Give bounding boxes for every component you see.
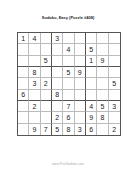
empty-cell: [29, 112, 40, 123]
empty-cell: [18, 124, 29, 135]
empty-cell: [29, 56, 40, 67]
empty-cell: [97, 78, 108, 89]
empty-cell: [29, 90, 40, 101]
given-digit-cell: 1: [18, 33, 29, 44]
empty-cell: [63, 90, 74, 101]
empty-cell: [18, 112, 29, 123]
given-digit-cell: 6: [18, 90, 29, 101]
given-digit-cell: 4: [63, 44, 74, 55]
given-digit-cell: 5: [52, 124, 63, 135]
empty-cell: [75, 112, 86, 123]
given-digit-cell: 6: [63, 112, 74, 123]
given-digit-cell: 8: [29, 67, 40, 78]
empty-cell: [109, 90, 120, 101]
empty-cell: [109, 33, 120, 44]
empty-cell: [75, 56, 86, 67]
given-digit-cell: 1: [86, 56, 97, 67]
empty-cell: [86, 33, 97, 44]
page-title: Sudoku, Easy (Puzzle #408): [0, 15, 136, 20]
empty-cell: [75, 78, 86, 89]
empty-cell: [18, 101, 29, 112]
given-digit-cell: 3: [29, 78, 40, 89]
empty-cell: [18, 56, 29, 67]
given-digit-cell: 7: [63, 101, 74, 112]
empty-cell: [52, 78, 63, 89]
given-digit-cell: 5: [97, 101, 108, 112]
given-digit-cell: 8: [63, 124, 74, 135]
given-digit-cell: 5: [41, 56, 52, 67]
empty-cell: [63, 33, 74, 44]
empty-cell: [41, 33, 52, 44]
given-digit-cell: 9: [75, 67, 86, 78]
empty-cell: [109, 67, 120, 78]
empty-cell: [97, 44, 108, 55]
empty-cell: [52, 101, 63, 112]
empty-cell: [52, 44, 63, 55]
given-digit-cell: 2: [41, 78, 52, 89]
empty-cell: [41, 101, 52, 112]
given-digit-cell: 6: [86, 124, 97, 135]
empty-cell: [41, 112, 52, 123]
empty-cell: [75, 90, 86, 101]
sudoku-grid: 14345519859325682745326989758362: [17, 32, 121, 136]
empty-cell: [86, 78, 97, 89]
empty-cell: [97, 33, 108, 44]
empty-cell: [109, 112, 120, 123]
empty-cell: [29, 44, 40, 55]
given-digit-cell: 9: [86, 112, 97, 123]
empty-cell: [63, 56, 74, 67]
given-digit-cell: 8: [52, 90, 63, 101]
empty-cell: [109, 56, 120, 67]
given-digit-cell: 3: [75, 124, 86, 135]
given-digit-cell: 4: [29, 33, 40, 44]
given-digit-cell: 9: [97, 56, 108, 67]
empty-cell: [18, 44, 29, 55]
empty-cell: [75, 33, 86, 44]
given-digit-cell: 4: [86, 101, 97, 112]
empty-cell: [63, 78, 74, 89]
given-digit-cell: 2: [29, 101, 40, 112]
given-digit-cell: 8: [97, 112, 108, 123]
empty-cell: [86, 90, 97, 101]
empty-cell: [97, 67, 108, 78]
empty-cell: [86, 67, 97, 78]
given-digit-cell: 2: [52, 112, 63, 123]
empty-cell: [41, 67, 52, 78]
empty-cell: [97, 90, 108, 101]
empty-cell: [18, 78, 29, 89]
empty-cell: [109, 44, 120, 55]
given-digit-cell: 5: [63, 67, 74, 78]
given-digit-cell: 7: [41, 124, 52, 135]
given-digit-cell: 5: [109, 78, 120, 89]
empty-cell: [52, 56, 63, 67]
empty-cell: [18, 67, 29, 78]
empty-cell: [41, 90, 52, 101]
empty-cell: [75, 101, 86, 112]
empty-cell: [97, 124, 108, 135]
empty-cell: [41, 44, 52, 55]
given-digit-cell: 2: [109, 124, 120, 135]
given-digit-cell: 3: [52, 33, 63, 44]
empty-cell: [52, 67, 63, 78]
empty-cell: [75, 44, 86, 55]
given-digit-cell: 3: [109, 101, 120, 112]
given-digit-cell: 5: [86, 44, 97, 55]
footer-url: www.PrintSudoku.com: [0, 162, 136, 166]
given-digit-cell: 9: [29, 124, 40, 135]
